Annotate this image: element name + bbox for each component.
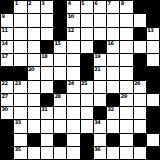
white-cell-r1c10[interactable] <box>134 14 146 26</box>
white-cell-r9c8[interactable] <box>107 120 119 132</box>
white-cell-r8c2[interactable] <box>28 107 40 119</box>
white-cell-r10c3[interactable] <box>41 134 53 146</box>
black-cell-r6c11 <box>147 81 159 93</box>
white-cell-r6c2[interactable] <box>28 81 40 93</box>
white-cell-r8c3[interactable]: 31 <box>41 107 53 119</box>
clue-number-15: 15 <box>55 41 61 46</box>
white-cell-r11c9[interactable] <box>120 147 132 159</box>
clue-number-33: 33 <box>15 120 21 125</box>
black-cell-r10c10 <box>134 134 146 146</box>
white-cell-r3c6[interactable] <box>81 41 93 53</box>
clue-number-23: 23 <box>15 81 21 86</box>
white-cell-r7c7[interactable] <box>94 94 106 106</box>
black-cell-r5c6 <box>81 67 93 79</box>
black-cell-r0c4 <box>54 1 66 13</box>
white-cell-r8c10[interactable] <box>134 107 146 119</box>
white-cell-r6c8[interactable] <box>107 81 119 93</box>
white-cell-r5c7[interactable]: 21 <box>94 67 106 79</box>
black-cell-r10c6 <box>81 134 93 146</box>
white-cell-r4c5[interactable] <box>67 54 79 66</box>
black-cell-r9c11 <box>147 120 159 132</box>
white-cell-r7c2[interactable] <box>28 94 40 106</box>
white-cell-r3c4[interactable]: 15 <box>54 41 66 53</box>
white-cell-r2c8[interactable] <box>107 28 119 40</box>
clue-number-24: 24 <box>68 81 74 86</box>
white-cell-r2c11[interactable]: 13 <box>147 28 159 40</box>
black-cell-r9c0 <box>1 120 13 132</box>
white-cell-r11c3[interactable] <box>41 147 53 159</box>
white-cell-r4c4[interactable] <box>54 54 66 66</box>
clue-number-36: 36 <box>94 147 100 152</box>
clue-number-12: 12 <box>68 28 74 33</box>
white-cell-r0c9[interactable]: 8 <box>120 1 132 13</box>
white-cell-r6c7[interactable] <box>94 81 106 93</box>
clue-number-13: 13 <box>147 28 153 33</box>
black-cell-r8c11 <box>147 107 159 119</box>
black-cell-r5c1 <box>14 67 26 79</box>
white-cell-r10c9[interactable] <box>120 134 132 146</box>
clue-number-4: 4 <box>68 1 71 6</box>
white-cell-r7c1[interactable] <box>14 94 26 106</box>
black-cell-r5c11 <box>147 67 159 79</box>
black-cell-r10c0 <box>1 134 13 146</box>
clue-number-34: 34 <box>94 120 100 125</box>
clue-number-20: 20 <box>28 67 34 72</box>
white-cell-r1c6[interactable] <box>81 14 93 26</box>
white-cell-r9c10[interactable] <box>134 120 146 132</box>
clue-number-28: 28 <box>55 94 61 99</box>
clue-number-14: 14 <box>2 41 8 46</box>
white-cell-r2c7[interactable] <box>94 28 106 40</box>
white-cell-r7c9[interactable]: 29 <box>120 94 132 106</box>
white-cell-r3c2[interactable] <box>28 41 40 53</box>
white-cell-r3c11[interactable] <box>147 41 159 53</box>
white-cell-r10c1[interactable] <box>14 134 26 146</box>
white-cell-r8c5[interactable] <box>67 107 79 119</box>
white-cell-r7c0[interactable]: 27 <box>1 94 13 106</box>
black-cell-r0c10 <box>134 1 146 13</box>
black-cell-r0c11 <box>147 1 159 13</box>
black-cell-r1c11 <box>147 14 159 26</box>
white-cell-r7c4[interactable]: 28 <box>54 94 66 106</box>
white-cell-r5c4[interactable] <box>54 67 66 79</box>
white-cell-r4c8[interactable] <box>107 54 119 66</box>
white-cell-r4c1[interactable] <box>14 54 26 66</box>
clue-number-16: 16 <box>108 41 114 46</box>
clue-number-10: 10 <box>68 14 74 19</box>
white-cell-r7c11[interactable] <box>147 94 159 106</box>
white-cell-r1c3[interactable] <box>41 14 53 26</box>
clue-number-31: 31 <box>41 107 47 112</box>
black-cell-r5c0 <box>1 67 13 79</box>
white-cell-r1c9[interactable] <box>120 14 132 26</box>
white-cell-r4c3[interactable]: 18 <box>41 54 53 66</box>
white-cell-r2c5[interactable]: 12 <box>67 28 79 40</box>
black-cell-r3c7 <box>94 41 106 53</box>
white-cell-r1c5[interactable]: 10 <box>67 14 79 26</box>
clue-number-17: 17 <box>2 54 8 59</box>
white-cell-r2c1[interactable] <box>14 28 26 40</box>
white-cell-r6c9[interactable] <box>120 81 132 93</box>
white-cell-r10c7[interactable] <box>94 134 106 146</box>
white-cell-r1c7[interactable] <box>94 14 106 26</box>
white-cell-r11c10[interactable] <box>134 147 146 159</box>
clue-number-30: 30 <box>2 107 8 112</box>
white-cell-r8c0[interactable]: 30 <box>1 107 13 119</box>
clue-number-32: 32 <box>108 107 114 112</box>
clue-number-25: 25 <box>81 81 87 86</box>
white-cell-r0c5[interactable]: 4 <box>67 1 79 13</box>
white-cell-r1c0[interactable]: 9 <box>1 14 13 26</box>
black-cell-r7c8 <box>107 94 119 106</box>
white-cell-r10c11[interactable] <box>147 134 159 146</box>
white-cell-r9c6[interactable] <box>81 120 93 132</box>
white-cell-r11c4[interactable] <box>54 147 66 159</box>
clue-number-7: 7 <box>108 1 111 6</box>
clue-number-18: 18 <box>41 54 47 59</box>
white-cell-r0c7[interactable]: 6 <box>94 1 106 13</box>
clue-number-11: 11 <box>2 28 8 33</box>
white-cell-r1c2[interactable] <box>28 14 40 26</box>
black-cell-r0c0 <box>1 1 13 13</box>
white-cell-r1c1[interactable] <box>14 14 26 26</box>
white-cell-r8c6[interactable] <box>81 107 93 119</box>
white-cell-r4c0[interactable]: 17 <box>1 54 13 66</box>
black-cell-r1c4 <box>54 14 66 26</box>
white-cell-r5c5[interactable] <box>67 67 79 79</box>
white-cell-r5c9[interactable] <box>120 67 132 79</box>
white-cell-r2c2[interactable] <box>28 28 40 40</box>
white-cell-r11c8[interactable] <box>107 147 119 159</box>
white-cell-r0c3[interactable]: 3 <box>41 1 53 13</box>
white-cell-r9c5[interactable] <box>67 120 79 132</box>
black-cell-r7c3 <box>41 94 53 106</box>
black-cell-r8c7 <box>94 107 106 119</box>
white-cell-r11c1[interactable]: 35 <box>14 147 26 159</box>
black-cell-r5c10 <box>134 67 146 79</box>
white-cell-r2c9[interactable] <box>120 28 132 40</box>
clue-number-3: 3 <box>41 1 44 6</box>
white-cell-r3c1[interactable] <box>14 41 26 53</box>
black-cell-r11c6 <box>81 147 93 159</box>
black-cell-r4c10 <box>134 54 146 66</box>
white-cell-r6c1[interactable]: 23 <box>14 81 26 93</box>
white-cell-r4c9[interactable] <box>120 54 132 66</box>
clue-number-5: 5 <box>81 1 84 6</box>
white-cell-r8c9[interactable] <box>120 107 132 119</box>
white-cell-r7c5[interactable] <box>67 94 79 106</box>
white-cell-r6c6[interactable]: 25 <box>81 81 93 93</box>
clue-number-1: 1 <box>15 1 18 6</box>
black-cell-r10c4 <box>54 134 66 146</box>
white-cell-r10c5[interactable] <box>67 134 79 146</box>
white-cell-r0c1[interactable]: 1 <box>14 1 26 13</box>
white-cell-r9c3[interactable] <box>41 120 53 132</box>
white-cell-r6c5[interactable]: 24 <box>67 81 79 93</box>
white-cell-r5c8[interactable] <box>107 67 119 79</box>
white-cell-r2c0[interactable]: 11 <box>1 28 13 40</box>
black-cell-r3c3 <box>41 41 53 53</box>
white-cell-r6c3[interactable] <box>41 81 53 93</box>
clue-number-9: 9 <box>2 14 5 19</box>
white-cell-r5c3[interactable] <box>41 67 53 79</box>
white-cell-r6c0[interactable]: 22 <box>1 81 13 93</box>
clue-number-2: 2 <box>28 1 31 6</box>
white-cell-r6c10[interactable]: 26 <box>134 81 146 93</box>
clue-number-22: 22 <box>2 81 8 86</box>
clue-number-29: 29 <box>121 94 127 99</box>
white-cell-r9c7[interactable]: 34 <box>94 120 106 132</box>
white-cell-r3c8[interactable]: 16 <box>107 41 119 53</box>
white-cell-r3c9[interactable] <box>120 41 132 53</box>
white-cell-r8c4[interactable] <box>54 107 66 119</box>
white-cell-r4c11[interactable] <box>147 54 159 66</box>
white-cell-r4c7[interactable]: 19 <box>94 54 106 66</box>
black-cell-r6c4 <box>54 81 66 93</box>
clue-number-19: 19 <box>94 54 100 59</box>
white-cell-r9c4[interactable] <box>54 120 66 132</box>
clue-number-27: 27 <box>2 94 8 99</box>
white-cell-r1c8[interactable] <box>107 14 119 26</box>
clue-number-21: 21 <box>94 67 100 72</box>
black-cell-r11c11 <box>147 147 159 159</box>
black-cell-r2c4 <box>54 28 66 40</box>
black-cell-r10c2 <box>28 134 40 146</box>
white-cell-r9c2[interactable] <box>28 120 40 132</box>
white-cell-r4c2[interactable] <box>28 54 40 66</box>
black-cell-r2c10 <box>134 28 146 40</box>
clue-number-26: 26 <box>134 81 140 86</box>
white-cell-r11c7[interactable]: 36 <box>94 147 106 159</box>
white-cell-r0c8[interactable]: 7 <box>107 1 119 13</box>
white-cell-r7c6[interactable] <box>81 94 93 106</box>
clue-number-8: 8 <box>121 1 124 6</box>
white-cell-r5c2[interactable]: 20 <box>28 67 40 79</box>
crossword-grid: 1234567891011121314151617181920212223242… <box>0 0 160 160</box>
clue-number-6: 6 <box>94 1 97 6</box>
white-cell-r7c10[interactable] <box>134 94 146 106</box>
white-cell-r0c2[interactable]: 2 <box>28 1 40 13</box>
white-cell-r8c8[interactable]: 32 <box>107 107 119 119</box>
white-cell-r9c1[interactable]: 33 <box>14 120 26 132</box>
white-cell-r11c2[interactable] <box>28 147 40 159</box>
black-cell-r10c8 <box>107 134 119 146</box>
white-cell-r0c6[interactable]: 5 <box>81 1 93 13</box>
white-cell-r11c5[interactable] <box>67 147 79 159</box>
white-cell-r8c1[interactable] <box>14 107 26 119</box>
white-cell-r2c6[interactable] <box>81 28 93 40</box>
white-cell-r9c9[interactable] <box>120 120 132 132</box>
white-cell-r3c10[interactable] <box>134 41 146 53</box>
black-cell-r11c0 <box>1 147 13 159</box>
clue-number-35: 35 <box>15 147 21 152</box>
white-cell-r2c3[interactable] <box>41 28 53 40</box>
black-cell-r4c6 <box>81 54 93 66</box>
white-cell-r3c0[interactable]: 14 <box>1 41 13 53</box>
white-cell-r3c5[interactable] <box>67 41 79 53</box>
